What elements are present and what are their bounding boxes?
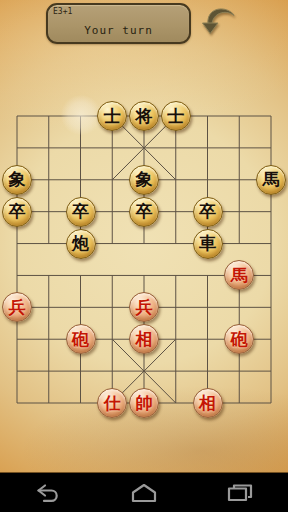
- black-piece-象[interactable]: 象: [2, 165, 32, 195]
- black-piece-卒[interactable]: 卒: [2, 197, 32, 227]
- recents-button[interactable]: [210, 478, 270, 508]
- home-icon: [130, 483, 158, 503]
- xiangqi-board[interactable]: 士将士象象馬卒卒卒卒炮車馬兵兵砲相砲仕帥相: [0, 0, 288, 473]
- black-piece-士[interactable]: 士: [97, 101, 127, 131]
- home-button[interactable]: [114, 478, 174, 508]
- xiangqi-app-screen: E3+1 Your turn 士将士象象馬卒卒卒卒炮車馬兵兵砲相砲仕帥相: [0, 0, 288, 512]
- black-piece-卒[interactable]: 卒: [129, 197, 159, 227]
- black-piece-炮[interactable]: 炮: [66, 229, 96, 259]
- red-piece-相[interactable]: 相: [193, 388, 223, 418]
- red-piece-兵[interactable]: 兵: [2, 292, 32, 322]
- red-piece-帥[interactable]: 帥: [129, 388, 159, 418]
- red-piece-砲[interactable]: 砲: [224, 324, 254, 354]
- black-piece-将[interactable]: 将: [129, 101, 159, 131]
- black-piece-士[interactable]: 士: [161, 101, 191, 131]
- black-piece-卒[interactable]: 卒: [193, 197, 223, 227]
- back-button[interactable]: [18, 478, 78, 508]
- back-icon: [35, 483, 61, 503]
- black-piece-車[interactable]: 車: [193, 229, 223, 259]
- red-piece-馬[interactable]: 馬: [224, 260, 254, 290]
- last-move-highlight: [61, 95, 101, 135]
- recents-icon: [226, 483, 254, 503]
- red-piece-兵[interactable]: 兵: [129, 292, 159, 322]
- black-piece-象[interactable]: 象: [129, 165, 159, 195]
- android-nav-bar: [0, 473, 288, 512]
- black-piece-卒[interactable]: 卒: [66, 197, 96, 227]
- red-piece-相[interactable]: 相: [129, 324, 159, 354]
- black-piece-馬[interactable]: 馬: [256, 165, 286, 195]
- red-piece-砲[interactable]: 砲: [66, 324, 96, 354]
- red-piece-仕[interactable]: 仕: [97, 388, 127, 418]
